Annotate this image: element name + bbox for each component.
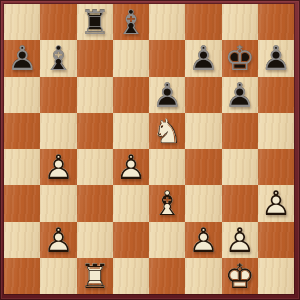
- piece-black-king[interactable]: ♚♔: [222, 40, 258, 76]
- square-e3[interactable]: ♝♗: [149, 185, 185, 221]
- square-d6[interactable]: [113, 77, 149, 113]
- square-d5[interactable]: [113, 113, 149, 149]
- piece-white-pawn[interactable]: ♟♙: [258, 185, 294, 221]
- piece-white-pawn[interactable]: ♟♙: [185, 222, 221, 258]
- square-b1[interactable]: [40, 258, 76, 294]
- square-d1[interactable]: [113, 258, 149, 294]
- square-c5[interactable]: [77, 113, 113, 149]
- square-h4[interactable]: [258, 149, 294, 185]
- square-a2[interactable]: [4, 222, 40, 258]
- square-c4[interactable]: [77, 149, 113, 185]
- square-h8[interactable]: [258, 4, 294, 40]
- piece-white-bishop[interactable]: ♝♗: [149, 185, 185, 221]
- square-f6[interactable]: [185, 77, 221, 113]
- square-c8[interactable]: ♜♖: [77, 4, 113, 40]
- square-a3[interactable]: [4, 185, 40, 221]
- piece-black-bishop[interactable]: ♝♗: [40, 40, 76, 76]
- square-h2[interactable]: [258, 222, 294, 258]
- square-e1[interactable]: [149, 258, 185, 294]
- square-f3[interactable]: [185, 185, 221, 221]
- chess-board-frame: ♜♖♝♗♟♙♝♗♟♙♚♔♟♙♟♙♟♙♞♘♟♙♟♙♝♗♟♙♟♙♟♙♟♙♜♖♚♔: [0, 0, 300, 300]
- square-h3[interactable]: ♟♙: [258, 185, 294, 221]
- square-e6[interactable]: ♟♙: [149, 77, 185, 113]
- square-c2[interactable]: [77, 222, 113, 258]
- square-d2[interactable]: [113, 222, 149, 258]
- piece-black-pawn[interactable]: ♟♙: [185, 40, 221, 76]
- piece-black-pawn[interactable]: ♟♙: [222, 77, 258, 113]
- square-e2[interactable]: [149, 222, 185, 258]
- square-b4[interactable]: ♟♙: [40, 149, 76, 185]
- square-c7[interactable]: [77, 40, 113, 76]
- square-g7[interactable]: ♚♔: [222, 40, 258, 76]
- square-b8[interactable]: [40, 4, 76, 40]
- square-f7[interactable]: ♟♙: [185, 40, 221, 76]
- square-g5[interactable]: [222, 113, 258, 149]
- square-a7[interactable]: ♟♙: [4, 40, 40, 76]
- square-g2[interactable]: ♟♙: [222, 222, 258, 258]
- square-h7[interactable]: ♟♙: [258, 40, 294, 76]
- square-e4[interactable]: [149, 149, 185, 185]
- square-b7[interactable]: ♝♗: [40, 40, 76, 76]
- square-e5[interactable]: ♞♘: [149, 113, 185, 149]
- square-c1[interactable]: ♜♖: [77, 258, 113, 294]
- piece-white-pawn[interactable]: ♟♙: [113, 149, 149, 185]
- square-f4[interactable]: [185, 149, 221, 185]
- piece-black-pawn[interactable]: ♟♙: [149, 77, 185, 113]
- piece-white-knight[interactable]: ♞♘: [149, 113, 185, 149]
- piece-black-pawn[interactable]: ♟♙: [258, 40, 294, 76]
- square-d3[interactable]: [113, 185, 149, 221]
- piece-black-pawn[interactable]: ♟♙: [4, 40, 40, 76]
- square-b3[interactable]: [40, 185, 76, 221]
- square-e8[interactable]: [149, 4, 185, 40]
- piece-white-king[interactable]: ♚♔: [222, 258, 258, 294]
- square-c3[interactable]: [77, 185, 113, 221]
- piece-white-rook[interactable]: ♜♖: [77, 258, 113, 294]
- square-a6[interactable]: [4, 77, 40, 113]
- square-g4[interactable]: [222, 149, 258, 185]
- piece-white-pawn[interactable]: ♟♙: [40, 222, 76, 258]
- square-h5[interactable]: [258, 113, 294, 149]
- piece-white-pawn[interactable]: ♟♙: [222, 222, 258, 258]
- square-f1[interactable]: [185, 258, 221, 294]
- square-b2[interactable]: ♟♙: [40, 222, 76, 258]
- piece-black-rook[interactable]: ♜♖: [77, 4, 113, 40]
- square-d7[interactable]: [113, 40, 149, 76]
- square-d8[interactable]: ♝♗: [113, 4, 149, 40]
- chess-board: ♜♖♝♗♟♙♝♗♟♙♚♔♟♙♟♙♟♙♞♘♟♙♟♙♝♗♟♙♟♙♟♙♟♙♜♖♚♔: [4, 4, 294, 294]
- square-d4[interactable]: ♟♙: [113, 149, 149, 185]
- square-b5[interactable]: [40, 113, 76, 149]
- square-f5[interactable]: [185, 113, 221, 149]
- square-a4[interactable]: [4, 149, 40, 185]
- square-f2[interactable]: ♟♙: [185, 222, 221, 258]
- square-e7[interactable]: [149, 40, 185, 76]
- square-g3[interactable]: [222, 185, 258, 221]
- square-f8[interactable]: [185, 4, 221, 40]
- piece-white-pawn[interactable]: ♟♙: [40, 149, 76, 185]
- square-a1[interactable]: [4, 258, 40, 294]
- piece-black-bishop[interactable]: ♝♗: [113, 4, 149, 40]
- square-h1[interactable]: [258, 258, 294, 294]
- square-c6[interactable]: [77, 77, 113, 113]
- square-g1[interactable]: ♚♔: [222, 258, 258, 294]
- square-g6[interactable]: ♟♙: [222, 77, 258, 113]
- square-a8[interactable]: [4, 4, 40, 40]
- square-a5[interactable]: [4, 113, 40, 149]
- square-g8[interactable]: [222, 4, 258, 40]
- square-h6[interactable]: [258, 77, 294, 113]
- square-b6[interactable]: [40, 77, 76, 113]
